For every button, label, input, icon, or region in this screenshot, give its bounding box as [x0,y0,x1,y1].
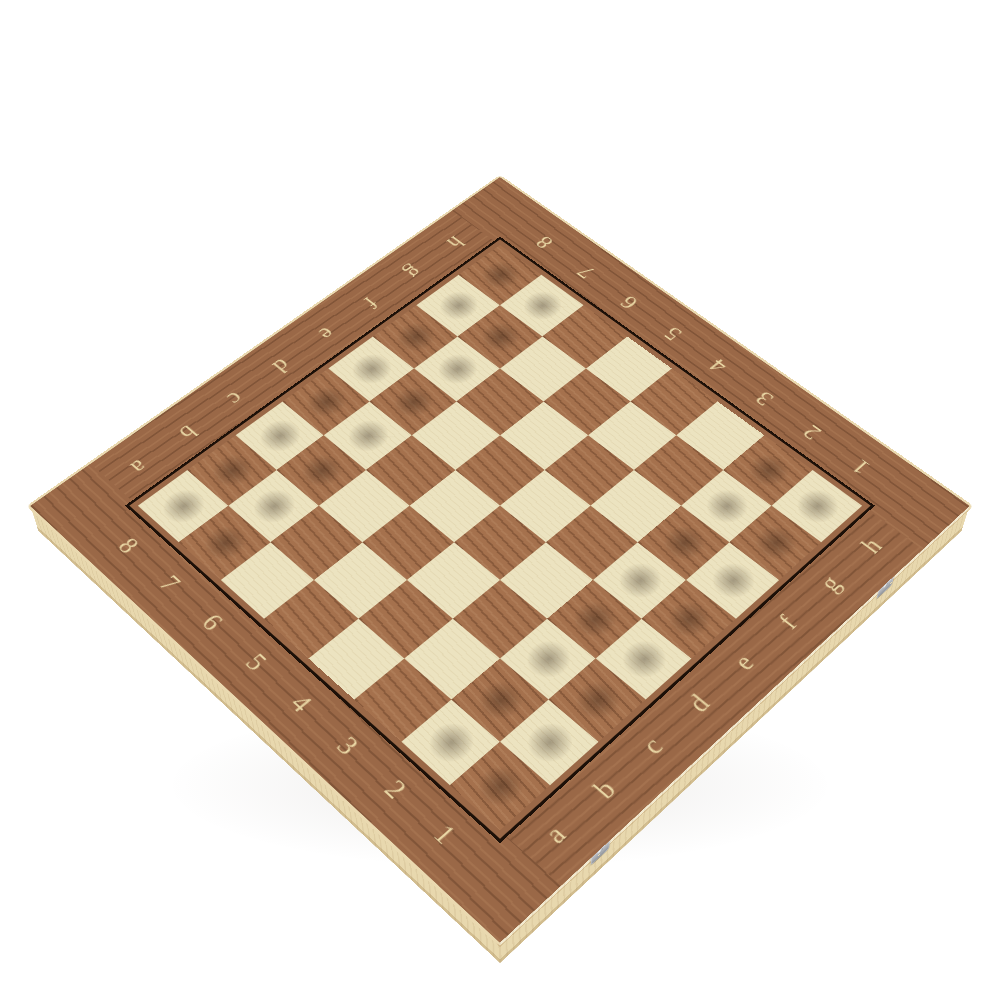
clasp-screw [597,847,603,856]
white-pawn-glyph: ♟ [189,464,264,547]
clasp-screw [883,581,889,589]
black-rook-glyph: ♜ [453,683,550,791]
product-photo-scene: aabbccddeeffgghh1122334455667788♜♞♝♛♚♝♞♜… [0,0,1000,1000]
